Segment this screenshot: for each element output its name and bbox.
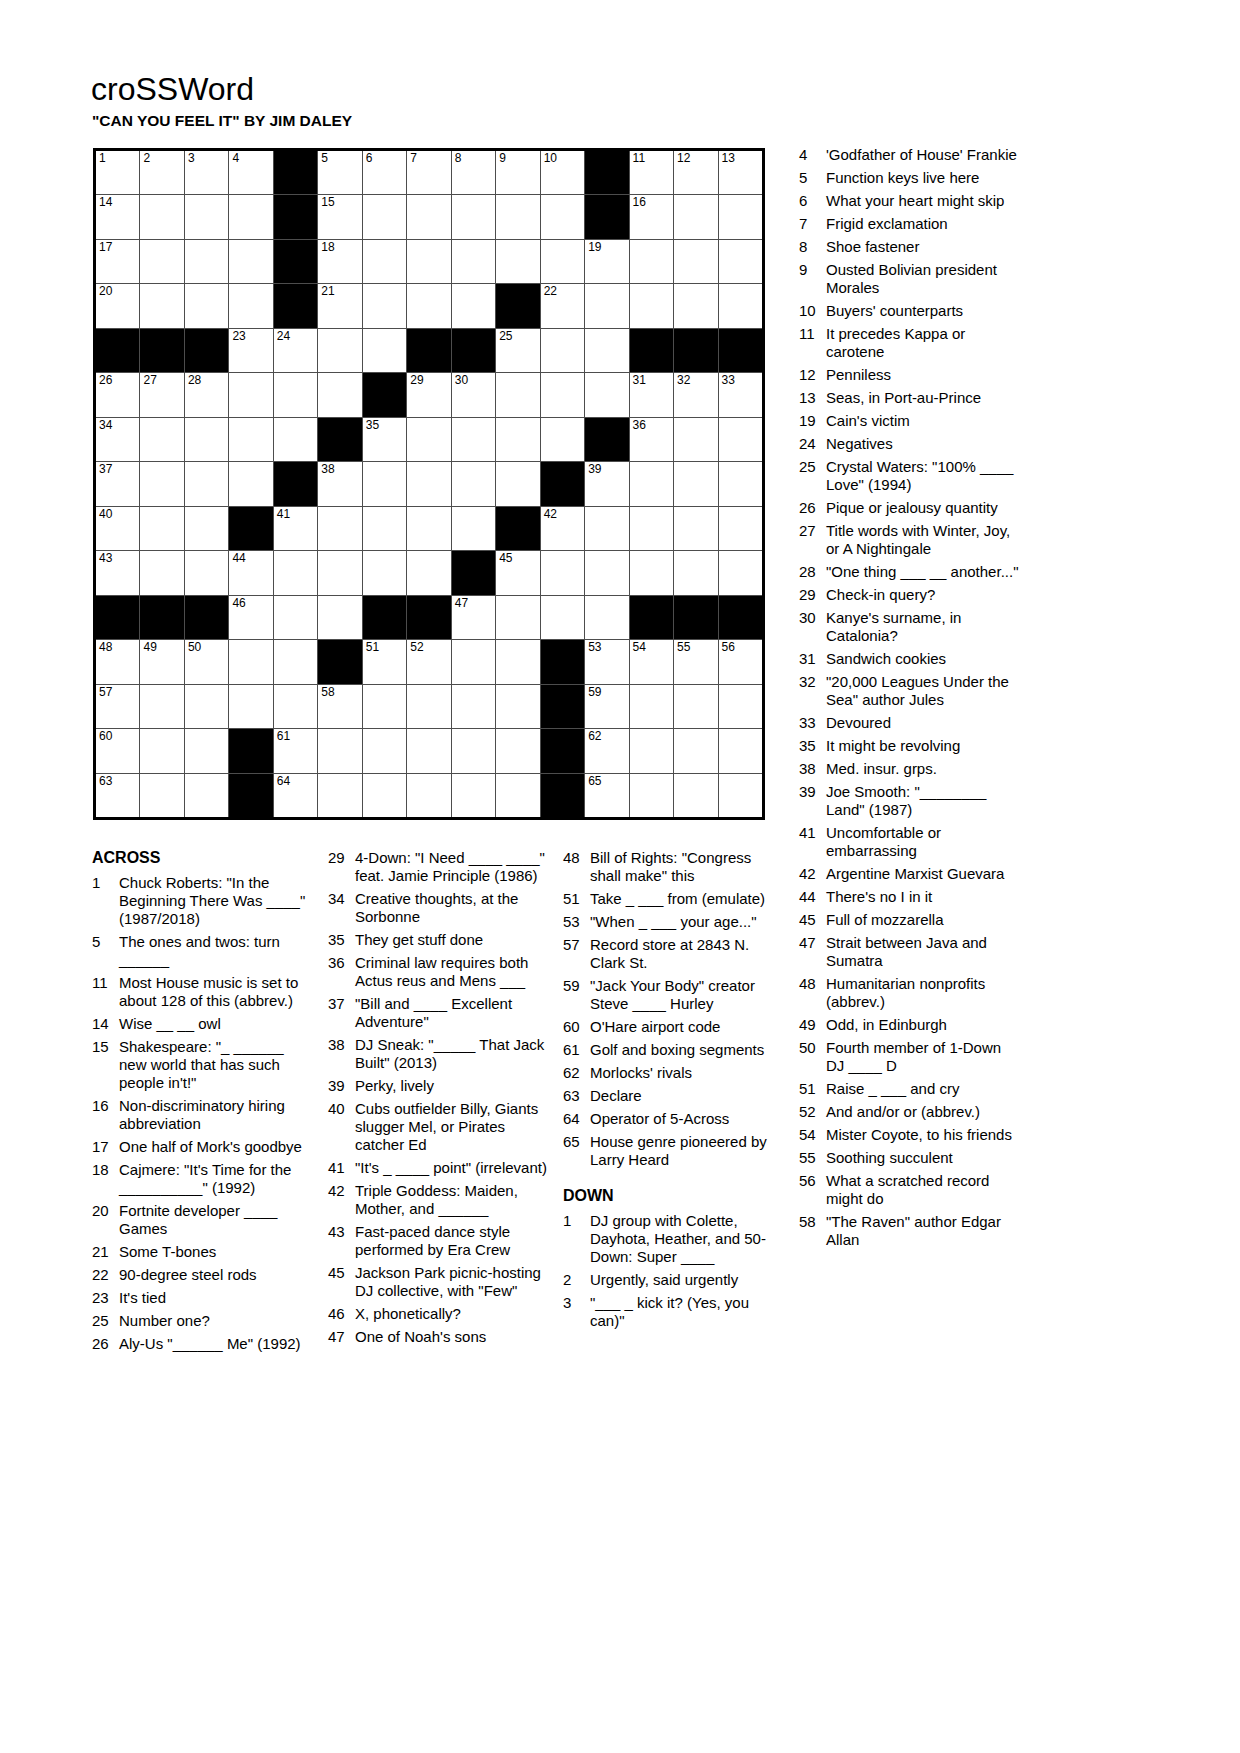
grid-cell-r13c11-block: [541, 685, 584, 728]
grid-cell-r12c2[interactable]: 49: [140, 640, 183, 683]
grid-cell-r9c7[interactable]: [363, 507, 406, 550]
clue-text: Some T-bones: [119, 1243, 312, 1261]
grid-cell-r15c7[interactable]: [363, 774, 406, 817]
grid-cell-r6c11[interactable]: [541, 373, 584, 416]
cell-number-49: 49: [143, 641, 156, 654]
grid-cell-r8c4[interactable]: [229, 462, 272, 505]
clue-text: Penniless: [826, 366, 1019, 384]
clue-text: "20,000 Leagues Under the Sea" author Ju…: [826, 673, 1019, 709]
grid-cell-r10c13[interactable]: [630, 551, 673, 594]
grid-cell-r11c9[interactable]: 47: [452, 596, 495, 639]
grid-cell-r13c13[interactable]: [630, 685, 673, 728]
crossword-grid: 1234567891011121314151617181920212223242…: [93, 148, 765, 820]
grid-cell-r9c14[interactable]: [674, 507, 717, 550]
cell-number-51: 51: [366, 641, 379, 654]
clue-text: One half of Mork's goodbye: [119, 1138, 312, 1156]
grid-cell-r14c13[interactable]: [630, 729, 673, 772]
clue-number: 29: [328, 849, 355, 885]
grid-cell-r8c9[interactable]: [452, 462, 495, 505]
grid-cell-r5c12[interactable]: [585, 329, 628, 372]
grid-cell-r8c1[interactable]: 37: [96, 462, 139, 505]
cell-number-21: 21: [321, 285, 334, 298]
grid-cell-r2c14[interactable]: [674, 195, 717, 238]
grid-cell-r4c12[interactable]: [585, 284, 628, 327]
clue-number: 4: [799, 146, 826, 164]
clue-text: There's no I in it: [826, 888, 1019, 906]
grid-cell-r6c12[interactable]: [585, 373, 628, 416]
clue-text: Non-discriminatory hiring abbreviation: [119, 1097, 312, 1133]
clue-number: 49: [799, 1016, 826, 1034]
clue-down-42: 42Argentine Marxist Guevara: [799, 865, 1019, 883]
clue-text: Cajmere: "It's Time for the __________" …: [119, 1161, 312, 1197]
grid-cell-r2c6[interactable]: 15: [318, 195, 361, 238]
grid-cell-r12c1[interactable]: 48: [96, 640, 139, 683]
grid-cell-r7c11[interactable]: [541, 418, 584, 461]
grid-cell-r6c7-block: [363, 373, 406, 416]
grid-cell-r5c10[interactable]: 25: [496, 329, 539, 372]
grid-cell-r12c12[interactable]: 53: [585, 640, 628, 683]
cell-number-43: 43: [99, 552, 112, 565]
grid-cell-r14c3[interactable]: [185, 729, 228, 772]
grid-cell-r4c3[interactable]: [185, 284, 228, 327]
grid-cell-r11c6[interactable]: [318, 596, 361, 639]
grid-cell-r10c8[interactable]: [407, 551, 450, 594]
grid-cell-r8c7[interactable]: [363, 462, 406, 505]
cell-number-31: 31: [633, 374, 646, 387]
clue-text: Creative thoughts, at the Sorbonne: [355, 890, 550, 926]
grid-cell-r1c11[interactable]: 10: [541, 151, 584, 194]
grid-cell-r3c14[interactable]: [674, 240, 717, 283]
clue-text: Shakespeare: "_ ______ new world that ha…: [119, 1038, 312, 1092]
grid-cell-r7c4[interactable]: [229, 418, 272, 461]
grid-cell-r9c9[interactable]: [452, 507, 495, 550]
grid-cell-r8c2[interactable]: [140, 462, 183, 505]
grid-cell-r6c14[interactable]: 32: [674, 373, 717, 416]
clue-text: Urgently, said urgently: [590, 1271, 775, 1289]
clue-number: 5: [799, 169, 826, 187]
clue-column-across-3-down-1: 48Bill of Rights: "Congress shall make" …: [563, 849, 775, 1335]
grid-cell-r6c1[interactable]: 26: [96, 373, 139, 416]
grid-cell-r15c10[interactable]: [496, 774, 539, 817]
grid-cell-r6c2[interactable]: 27: [140, 373, 183, 416]
grid-cell-r10c11[interactable]: [541, 551, 584, 594]
grid-cell-r1c8[interactable]: 7: [407, 151, 450, 194]
grid-cell-r11c5[interactable]: [274, 596, 317, 639]
grid-cell-r4c8[interactable]: [407, 284, 450, 327]
grid-cell-r4c1[interactable]: 20: [96, 284, 139, 327]
grid-cell-r1c6[interactable]: 5: [318, 151, 361, 194]
grid-cell-r6c15[interactable]: 33: [719, 373, 762, 416]
grid-cell-r7c8[interactable]: [407, 418, 450, 461]
grid-cell-r6c8[interactable]: 29: [407, 373, 450, 416]
cell-number-39: 39: [588, 463, 601, 476]
grid-cell-r3c12[interactable]: 19: [585, 240, 628, 283]
grid-cell-r13c15[interactable]: [719, 685, 762, 728]
grid-cell-r1c1[interactable]: 1: [96, 151, 139, 194]
grid-cell-r2c7[interactable]: [363, 195, 406, 238]
grid-cell-r9c15[interactable]: [719, 507, 762, 550]
grid-cell-r2c2[interactable]: [140, 195, 183, 238]
grid-cell-r12c15[interactable]: 56: [719, 640, 762, 683]
clue-across-42: 42Triple Goddess: Maiden, Mother, and __…: [328, 1182, 550, 1218]
grid-cell-r13c3[interactable]: [185, 685, 228, 728]
clue-across-39: 39Perky, lively: [328, 1077, 550, 1095]
clue-text: Fast-paced dance style performed by Era …: [355, 1223, 550, 1259]
clue-across-1: 1Chuck Roberts: "In the Beginning There …: [92, 874, 312, 928]
grid-cell-r13c7[interactable]: [363, 685, 406, 728]
grid-cell-r10c5[interactable]: [274, 551, 317, 594]
grid-cell-r14c6[interactable]: [318, 729, 361, 772]
clue-number: 33: [799, 714, 826, 732]
clue-text: "The Raven" author Edgar Allan: [826, 1213, 1019, 1249]
clue-number: 9: [799, 261, 826, 297]
grid-cell-r3c9[interactable]: [452, 240, 495, 283]
grid-cell-r13c8[interactable]: [407, 685, 450, 728]
grid-cell-r12c9[interactable]: [452, 640, 495, 683]
grid-cell-r15c12[interactable]: 65: [585, 774, 628, 817]
grid-cell-r3c11[interactable]: [541, 240, 584, 283]
cell-number-54: 54: [633, 641, 646, 654]
grid-cell-r14c12[interactable]: 62: [585, 729, 628, 772]
clue-text: 'Godfather of House' Frankie: [826, 146, 1019, 164]
grid-cell-r7c15[interactable]: [719, 418, 762, 461]
grid-cell-r12c4[interactable]: [229, 640, 272, 683]
grid-cell-r14c2[interactable]: [140, 729, 183, 772]
clue-text: DJ Sneak: "_____ That Jack Built" (2013): [355, 1036, 550, 1072]
grid-cell-r8c10[interactable]: [496, 462, 539, 505]
cell-number-53: 53: [588, 641, 601, 654]
grid-cell-r12c11-block: [541, 640, 584, 683]
grid-cell-r5c5[interactable]: 24: [274, 329, 317, 372]
grid-cell-r4c11[interactable]: 22: [541, 284, 584, 327]
cell-number-42: 42: [544, 508, 557, 521]
grid-cell-r15c2[interactable]: [140, 774, 183, 817]
grid-cell-r13c2[interactable]: [140, 685, 183, 728]
grid-cell-r1c4[interactable]: 4: [229, 151, 272, 194]
grid-cell-r1c10[interactable]: 9: [496, 151, 539, 194]
grid-cell-r11c11[interactable]: [541, 596, 584, 639]
grid-cell-r2c13[interactable]: 16: [630, 195, 673, 238]
grid-cell-r15c8[interactable]: [407, 774, 450, 817]
grid-cell-r7c6-block: [318, 418, 361, 461]
crossword-page: croSSWord "CAN YOU FEEL IT" BY JIM DALEY…: [0, 0, 1240, 1753]
cell-number-48: 48: [99, 641, 112, 654]
grid-cell-r8c15[interactable]: [719, 462, 762, 505]
grid-cell-r7c10[interactable]: [496, 418, 539, 461]
cell-number-52: 52: [410, 641, 423, 654]
clue-text: Devoured: [826, 714, 1019, 732]
clue-down-31: 31Sandwich cookies: [799, 650, 1019, 668]
grid-cell-r9c11[interactable]: 42: [541, 507, 584, 550]
grid-cell-r13c10[interactable]: [496, 685, 539, 728]
grid-cell-r3c8[interactable]: [407, 240, 450, 283]
cell-number-13: 13: [722, 152, 735, 165]
clue-number: 51: [563, 890, 590, 908]
grid-cell-r8c13[interactable]: [630, 462, 673, 505]
clue-down-11: 11It precedes Kappa or carotene: [799, 325, 1019, 361]
grid-cell-r3c6[interactable]: 18: [318, 240, 361, 283]
grid-cell-r5c11[interactable]: [541, 329, 584, 372]
grid-cell-r4c15[interactable]: [719, 284, 762, 327]
grid-cell-r1c14[interactable]: 12: [674, 151, 717, 194]
cell-number-26: 26: [99, 374, 112, 387]
clue-number: 37: [328, 995, 355, 1031]
grid-cell-r1c7[interactable]: 6: [363, 151, 406, 194]
grid-cell-r10c14[interactable]: [674, 551, 717, 594]
clue-number: 41: [799, 824, 826, 860]
grid-cell-r3c4[interactable]: [229, 240, 272, 283]
grid-cell-r12c10[interactable]: [496, 640, 539, 683]
grid-cell-r11c4[interactable]: 46: [229, 596, 272, 639]
clue-number: 42: [799, 865, 826, 883]
clue-number: 32: [799, 673, 826, 709]
clue-down-56: 56What a scratched record might do: [799, 1172, 1019, 1208]
grid-cell-r10c6[interactable]: [318, 551, 361, 594]
grid-cell-r13c1[interactable]: 57: [96, 685, 139, 728]
grid-cell-r12c3[interactable]: 50: [185, 640, 228, 683]
clue-down-7: 7Frigid exclamation: [799, 215, 1019, 233]
grid-cell-r12c14[interactable]: 55: [674, 640, 717, 683]
grid-cell-r2c15[interactable]: [719, 195, 762, 238]
grid-cell-r3c10[interactable]: [496, 240, 539, 283]
grid-cell-r15c5[interactable]: 64: [274, 774, 317, 817]
clue-number: 42: [328, 1182, 355, 1218]
clue-number: 60: [563, 1018, 590, 1036]
grid-cell-r4c6[interactable]: 21: [318, 284, 361, 327]
grid-cell-r9c1[interactable]: 40: [96, 507, 139, 550]
grid-cell-r8c12[interactable]: 39: [585, 462, 628, 505]
clue-number: 27: [799, 522, 826, 558]
grid-cell-r4c9[interactable]: [452, 284, 495, 327]
grid-cell-r14c9[interactable]: [452, 729, 495, 772]
clue-number: 40: [328, 1100, 355, 1154]
clue-number: 59: [563, 977, 590, 1013]
grid-cell-r10c12[interactable]: [585, 551, 628, 594]
grid-cell-r2c4[interactable]: [229, 195, 272, 238]
clue-down-51: 51Raise _ ___ and cry: [799, 1080, 1019, 1098]
grid-cell-r7c3[interactable]: [185, 418, 228, 461]
clue-number: 35: [799, 737, 826, 755]
grid-cell-r14c8[interactable]: [407, 729, 450, 772]
clue-down-49: 49Odd, in Edinburgh: [799, 1016, 1019, 1034]
grid-cell-r12c5[interactable]: [274, 640, 317, 683]
grid-cell-r2c11[interactable]: [541, 195, 584, 238]
grid-cell-r9c6[interactable]: [318, 507, 361, 550]
clue-across-35: 35They get stuff done: [328, 931, 550, 949]
grid-cell-r6c9[interactable]: 30: [452, 373, 495, 416]
clue-across-64: 64Operator of 5-Across: [563, 1110, 775, 1128]
grid-cell-r7c2[interactable]: [140, 418, 183, 461]
grid-cell-r2c8[interactable]: [407, 195, 450, 238]
grid-cell-r3c1[interactable]: 17: [96, 240, 139, 283]
cell-number-28: 28: [188, 374, 201, 387]
clue-number: 31: [799, 650, 826, 668]
grid-cell-r9c8[interactable]: [407, 507, 450, 550]
clue-text: Criminal law requires both Actus reus an…: [355, 954, 550, 990]
grid-cell-r1c9[interactable]: 8: [452, 151, 495, 194]
grid-cell-r13c12[interactable]: 59: [585, 685, 628, 728]
cell-number-9: 9: [499, 152, 506, 165]
grid-cell-r10c3[interactable]: [185, 551, 228, 594]
clue-across-23: 23It's tied: [92, 1289, 312, 1307]
grid-cell-r5c4[interactable]: 23: [229, 329, 272, 372]
grid-cell-r2c10[interactable]: [496, 195, 539, 238]
grid-cell-r10c4[interactable]: 44: [229, 551, 272, 594]
grid-cell-r2c1[interactable]: 14: [96, 195, 139, 238]
clue-text: Triple Goddess: Maiden, Mother, and ____…: [355, 1182, 550, 1218]
clue-text: Raise _ ___ and cry: [826, 1080, 1019, 1098]
clue-across-25: 25Number one?: [92, 1312, 312, 1330]
clue-text: Frigid exclamation: [826, 215, 1019, 233]
grid-cell-r7c5[interactable]: [274, 418, 317, 461]
grid-cell-r6c5[interactable]: [274, 373, 317, 416]
grid-cell-r14c1[interactable]: 60: [96, 729, 139, 772]
cell-number-11: 11: [633, 152, 645, 165]
cell-number-4: 4: [232, 152, 239, 165]
grid-cell-r3c2[interactable]: [140, 240, 183, 283]
grid-cell-r12c13[interactable]: 54: [630, 640, 673, 683]
grid-cell-r15c3[interactable]: [185, 774, 228, 817]
grid-cell-r11c12[interactable]: [585, 596, 628, 639]
cell-number-18: 18: [321, 241, 334, 254]
grid-cell-r15c13[interactable]: [630, 774, 673, 817]
grid-cell-r4c4[interactable]: [229, 284, 272, 327]
clue-text: Take _ ___ from (emulate): [590, 890, 775, 908]
grid-cell-r14c7[interactable]: [363, 729, 406, 772]
clue-number: 46: [328, 1305, 355, 1323]
grid-cell-r15c14[interactable]: [674, 774, 717, 817]
clue-number: 26: [799, 499, 826, 517]
grid-cell-r8c14[interactable]: [674, 462, 717, 505]
grid-cell-r9c3[interactable]: [185, 507, 228, 550]
grid-cell-r11c10[interactable]: [496, 596, 539, 639]
cell-number-16: 16: [633, 196, 646, 209]
clue-down-29: 29Check-in query?: [799, 586, 1019, 604]
grid-cell-r10c10[interactable]: 45: [496, 551, 539, 594]
grid-cell-r9c12[interactable]: [585, 507, 628, 550]
grid-cell-r3c7[interactable]: [363, 240, 406, 283]
clue-number: 11: [799, 325, 826, 361]
grid-cell-r9c4-block: [229, 507, 272, 550]
grid-cell-r6c4[interactable]: [229, 373, 272, 416]
grid-cell-r9c5[interactable]: 41: [274, 507, 317, 550]
grid-cell-r15c1[interactable]: 63: [96, 774, 139, 817]
grid-cell-r14c15[interactable]: [719, 729, 762, 772]
grid-cell-r9c13[interactable]: [630, 507, 673, 550]
clue-text: DJ group with Colette, Dayhota, Heather,…: [590, 1212, 775, 1266]
clue-text: Jackson Park picnic-hosting DJ collectiv…: [355, 1264, 550, 1300]
grid-cell-r7c9[interactable]: [452, 418, 495, 461]
grid-cell-r5c7[interactable]: [363, 329, 406, 372]
cell-number-10: 10: [544, 152, 557, 165]
clue-number: 47: [799, 934, 826, 970]
grid-cell-r3c15[interactable]: [719, 240, 762, 283]
grid-cell-r12c7[interactable]: 51: [363, 640, 406, 683]
grid-cell-r4c7[interactable]: [363, 284, 406, 327]
clue-number: 24: [799, 435, 826, 453]
clue-across-61: 61Golf and boxing segments: [563, 1041, 775, 1059]
clue-text: Cain's victim: [826, 412, 1019, 430]
clue-text: Golf and boxing segments: [590, 1041, 775, 1059]
grid-cell-r1c3[interactable]: 3: [185, 151, 228, 194]
grid-cell-r6c3[interactable]: 28: [185, 373, 228, 416]
grid-cell-r4c14[interactable]: [674, 284, 717, 327]
grid-cell-r13c9[interactable]: [452, 685, 495, 728]
clue-number: 51: [799, 1080, 826, 1098]
clue-across-51: 51Take _ ___ from (emulate): [563, 890, 775, 908]
clue-number: 50: [799, 1039, 826, 1075]
clue-text: Odd, in Edinburgh: [826, 1016, 1019, 1034]
grid-cell-r14c10[interactable]: [496, 729, 539, 772]
clue-number: 38: [799, 760, 826, 778]
grid-cell-r7c14[interactable]: [674, 418, 717, 461]
grid-cell-r10c1[interactable]: 43: [96, 551, 139, 594]
grid-cell-r8c8[interactable]: [407, 462, 450, 505]
clue-number: 14: [92, 1015, 119, 1033]
grid-cell-r15c15[interactable]: [719, 774, 762, 817]
grid-cell-r8c6[interactable]: 38: [318, 462, 361, 505]
grid-cell-r4c2[interactable]: [140, 284, 183, 327]
grid-cell-r14c11-block: [541, 729, 584, 772]
grid-cell-r13c4[interactable]: [229, 685, 272, 728]
grid-cell-r10c2[interactable]: [140, 551, 183, 594]
grid-cell-r7c13[interactable]: 36: [630, 418, 673, 461]
grid-cell-r1c2[interactable]: 2: [140, 151, 183, 194]
grid-cell-r15c6[interactable]: [318, 774, 361, 817]
grid-cell-r2c3[interactable]: [185, 195, 228, 238]
clue-text: Sandwich cookies: [826, 650, 1019, 668]
down-header: DOWN: [563, 1187, 775, 1205]
grid-cell-r5c6[interactable]: [318, 329, 361, 372]
cell-number-44: 44: [232, 552, 245, 565]
grid-cell-r4c13[interactable]: [630, 284, 673, 327]
grid-cell-r13c6[interactable]: 58: [318, 685, 361, 728]
grid-cell-r1c13[interactable]: 11: [630, 151, 673, 194]
clue-number: 5: [92, 933, 119, 969]
grid-cell-r13c5[interactable]: [274, 685, 317, 728]
grid-cell-r8c3[interactable]: [185, 462, 228, 505]
clue-across-22: 2290-degree steel rods: [92, 1266, 312, 1284]
clue-number: 16: [92, 1097, 119, 1133]
grid-cell-r12c8[interactable]: 52: [407, 640, 450, 683]
grid-cell-r13c14[interactable]: [674, 685, 717, 728]
grid-cell-r6c13[interactable]: 31: [630, 373, 673, 416]
grid-cell-r7c1[interactable]: 34: [96, 418, 139, 461]
grid-cell-r10c15[interactable]: [719, 551, 762, 594]
clue-number: 36: [328, 954, 355, 990]
grid-cell-r3c3[interactable]: [185, 240, 228, 283]
grid-cell-r2c9[interactable]: [452, 195, 495, 238]
clue-text: Most House music is set to about 128 of …: [119, 974, 312, 1010]
grid-cell-r6c10[interactable]: [496, 373, 539, 416]
clue-text: Pique or jealousy quantity: [826, 499, 1019, 517]
grid-cell-r14c5[interactable]: 61: [274, 729, 317, 772]
clue-number: 23: [92, 1289, 119, 1307]
grid-cell-r1c15[interactable]: 13: [719, 151, 762, 194]
clue-text: Kanye's surname, in Catalonia?: [826, 609, 1019, 645]
clue-across-37: 37"Bill and ____ Excellent Adventure": [328, 995, 550, 1031]
grid-cell-r7c7[interactable]: 35: [363, 418, 406, 461]
grid-cell-r3c13[interactable]: [630, 240, 673, 283]
grid-cell-r6c6[interactable]: [318, 373, 361, 416]
grid-cell-r15c9[interactable]: [452, 774, 495, 817]
cell-number-32: 32: [677, 374, 690, 387]
grid-cell-r9c2[interactable]: [140, 507, 183, 550]
grid-cell-r10c7[interactable]: [363, 551, 406, 594]
grid-cell-r14c14[interactable]: [674, 729, 717, 772]
clue-number: 28: [799, 563, 826, 581]
clue-number: 63: [563, 1087, 590, 1105]
